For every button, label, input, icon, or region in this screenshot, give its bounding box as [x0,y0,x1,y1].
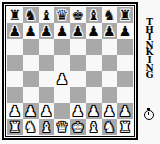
square-d8[interactable]: ♛ [54,7,70,23]
black-pawn: ♟ [9,24,22,38]
stopwatch-icon [144,110,154,120]
square-g5[interactable] [102,55,118,71]
square-g2[interactable]: ♟ [102,103,118,119]
square-a1[interactable]: ♜ [7,119,23,135]
square-f8[interactable]: ♝ [86,7,102,23]
white-pawn: ♟ [87,104,100,118]
black-knight: ♞ [103,8,116,22]
square-g6[interactable] [102,39,118,55]
thinking-status: THINKING [142,19,157,80]
square-e8[interactable]: ♚ [70,7,86,23]
black-pawn: ♟ [119,24,132,38]
square-a6[interactable] [7,39,23,55]
square-e6[interactable] [70,39,86,55]
square-f5[interactable] [86,55,102,71]
white-knight: ♞ [103,120,116,134]
square-e4[interactable] [70,71,86,87]
white-bishop: ♝ [87,120,100,134]
square-c8[interactable]: ♝ [39,7,55,23]
white-pawn: ♟ [56,72,69,86]
white-king: ♚ [72,120,85,134]
square-d1[interactable]: ♛ [54,119,70,135]
square-d4[interactable]: ♟ [54,71,70,87]
square-f1[interactable]: ♝ [86,119,102,135]
square-b1[interactable]: ♞ [23,119,39,135]
square-c3[interactable] [39,87,55,103]
square-e7[interactable]: ♟ [70,23,86,39]
black-bishop: ♝ [40,8,53,22]
square-f3[interactable] [86,87,102,103]
square-c2[interactable]: ♟ [39,103,55,119]
black-bishop: ♝ [87,8,100,22]
black-pawn: ♟ [87,24,100,38]
black-pawn: ♟ [103,24,116,38]
square-e5[interactable] [70,55,86,71]
square-b3[interactable] [23,87,39,103]
square-h1[interactable]: ♜ [117,119,133,135]
square-a2[interactable]: ♟ [7,103,23,119]
square-e2[interactable]: ♟ [70,103,86,119]
white-pawn: ♟ [40,104,53,118]
gameboy-screen: ♜♞♝♛♚♝♞♜♟♟♟♟♟♟♟♟♟♟♟♟♟♟♟♟♜♞♝♛♚♝♞♜ THINKIN… [0,0,160,144]
square-a8[interactable]: ♜ [7,7,23,23]
black-king: ♚ [72,8,85,22]
black-rook: ♜ [119,8,132,22]
square-d3[interactable] [54,87,70,103]
square-c4[interactable] [39,71,55,87]
square-b8[interactable]: ♞ [23,7,39,23]
square-d2[interactable] [54,103,70,119]
square-b2[interactable]: ♟ [23,103,39,119]
square-d6[interactable] [54,39,70,55]
square-a5[interactable] [7,55,23,71]
square-g8[interactable]: ♞ [102,7,118,23]
square-h3[interactable] [117,87,133,103]
square-f2[interactable]: ♟ [86,103,102,119]
square-b6[interactable] [23,39,39,55]
white-pawn: ♟ [103,104,116,118]
square-d7[interactable]: ♟ [54,23,70,39]
white-bishop: ♝ [40,120,53,134]
square-g7[interactable]: ♟ [102,23,118,39]
square-c5[interactable] [39,55,55,71]
chess-board: ♜♞♝♛♚♝♞♜♟♟♟♟♟♟♟♟♟♟♟♟♟♟♟♟♜♞♝♛♚♝♞♜ [7,7,133,135]
square-d5[interactable] [54,55,70,71]
square-a7[interactable]: ♟ [7,23,23,39]
square-a3[interactable] [7,87,23,103]
white-pawn: ♟ [24,104,37,118]
white-pawn: ♟ [72,104,85,118]
square-g1[interactable]: ♞ [102,119,118,135]
black-pawn: ♟ [56,24,69,38]
square-a4[interactable] [7,71,23,87]
board-frame-inner: ♜♞♝♛♚♝♞♜♟♟♟♟♟♟♟♟♟♟♟♟♟♟♟♟♜♞♝♛♚♝♞♜ [5,5,135,137]
black-queen: ♛ [56,8,69,22]
black-knight: ♞ [24,8,37,22]
square-f7[interactable]: ♟ [86,23,102,39]
square-g3[interactable] [102,87,118,103]
square-b4[interactable] [23,71,39,87]
white-queen: ♛ [56,120,69,134]
white-rook: ♜ [119,120,132,134]
white-pawn: ♟ [119,104,132,118]
status-letter: G [146,72,154,80]
square-e1[interactable]: ♚ [70,119,86,135]
white-rook: ♜ [9,120,22,134]
square-h2[interactable]: ♟ [117,103,133,119]
square-f4[interactable] [86,71,102,87]
board-frame: ♜♞♝♛♚♝♞♜♟♟♟♟♟♟♟♟♟♟♟♟♟♟♟♟♜♞♝♛♚♝♞♜ [2,2,138,140]
white-knight: ♞ [24,120,37,134]
square-h7[interactable]: ♟ [117,23,133,39]
square-h8[interactable]: ♜ [117,7,133,23]
square-c6[interactable] [39,39,55,55]
black-pawn: ♟ [40,24,53,38]
white-pawn: ♟ [9,104,22,118]
black-pawn: ♟ [24,24,37,38]
square-h5[interactable] [117,55,133,71]
square-f6[interactable] [86,39,102,55]
square-g4[interactable] [102,71,118,87]
black-rook: ♜ [9,8,22,22]
square-h4[interactable] [117,71,133,87]
square-c7[interactable]: ♟ [39,23,55,39]
black-pawn: ♟ [72,24,85,38]
square-e3[interactable] [70,87,86,103]
square-h6[interactable] [117,39,133,55]
square-b5[interactable] [23,55,39,71]
square-b7[interactable]: ♟ [23,23,39,39]
square-c1[interactable]: ♝ [39,119,55,135]
